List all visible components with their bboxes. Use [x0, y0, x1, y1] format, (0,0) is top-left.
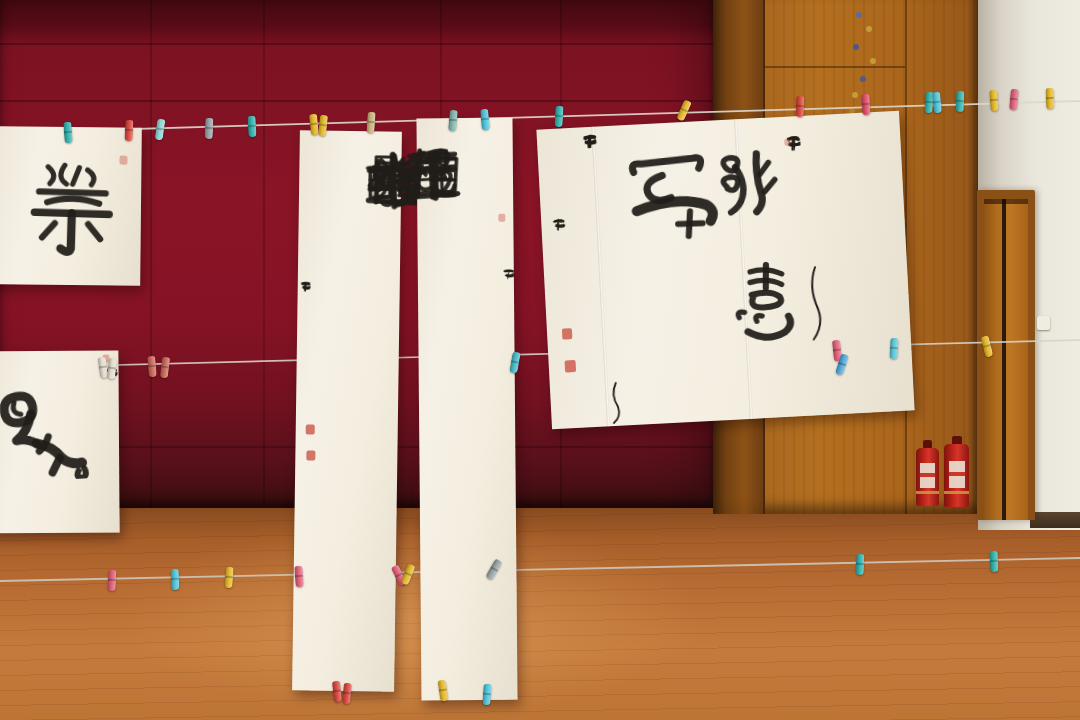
- clothespin: [554, 106, 563, 127]
- clothespin: [861, 94, 870, 115]
- clothespin: [205, 118, 214, 139]
- clothespin: [171, 569, 180, 590]
- clothespin: [147, 356, 157, 378]
- clothespin: [856, 554, 865, 575]
- artist-seal: [498, 214, 505, 222]
- clothesline-bottom: [0, 558, 1080, 581]
- clothespin: [956, 91, 965, 112]
- artist-seal: [119, 156, 127, 165]
- clothespin: [482, 684, 491, 706]
- couplet-left-panel: 半酣杨立水旁影: [292, 130, 402, 691]
- large-cursive-scroll: 物惠华: [536, 111, 914, 430]
- artist-seal: [306, 424, 315, 434]
- clothespin: [889, 338, 898, 359]
- calligraphy-exhibition-photo: 舉 汤寇影人国金文 半酣杨立水旁影 千里相逢花下饮 物惠华: [0, 0, 1080, 720]
- clothespin: [224, 567, 233, 589]
- clothespin: [124, 120, 133, 141]
- clothespin: [480, 109, 490, 131]
- scroll-upper-left: 舉: [0, 126, 142, 286]
- clothespin: [990, 551, 999, 572]
- artist-seal: [306, 450, 315, 460]
- clothespin: [107, 570, 116, 591]
- couplet-right-panel: 千里相逢花下饮: [416, 118, 517, 701]
- clothespin: [366, 112, 375, 134]
- artist-seal: [565, 360, 577, 373]
- scroll-lower-left: 汤寇影人国金文: [0, 351, 120, 534]
- clothespin: [63, 122, 72, 144]
- clothespin: [796, 96, 805, 117]
- clothespin: [247, 116, 256, 137]
- clothespin: [989, 90, 998, 112]
- brush-flourish: [608, 381, 624, 426]
- artist-seal: [562, 328, 573, 340]
- clothespin: [1046, 88, 1055, 109]
- clothespin: [294, 566, 303, 588]
